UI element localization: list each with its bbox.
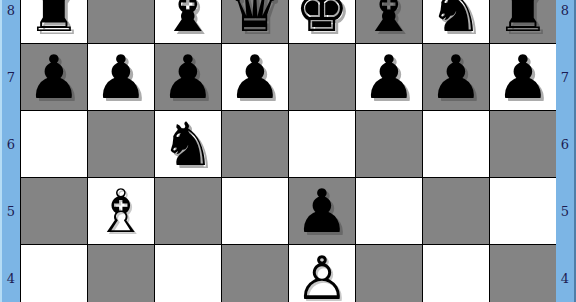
square-b6[interactable] — [88, 111, 154, 177]
square-d8[interactable]: ♛ — [222, 0, 288, 43]
black-rook-icon: ♜ — [27, 0, 81, 40]
black-pawn-icon: ♟ — [362, 47, 416, 107]
rank-label-4: 4 — [556, 245, 574, 302]
square-f7[interactable]: ♟ — [356, 44, 422, 110]
square-b4[interactable] — [88, 245, 154, 302]
right-coordinate-strip: 8 7 6 5 4 — [556, 0, 576, 302]
square-f8[interactable]: ♝ — [356, 0, 422, 43]
rank-label-6: 6 — [556, 111, 574, 178]
black-rook-icon: ♜ — [496, 0, 550, 40]
square-g4[interactable] — [423, 245, 489, 302]
black-pawn-icon: ♟ — [27, 47, 81, 107]
rank-label-8: 8 — [556, 0, 574, 44]
right-rank-labels: 8 7 6 5 4 — [556, 0, 574, 302]
black-queen-icon: ♛ — [228, 0, 282, 40]
square-h4[interactable] — [490, 245, 556, 302]
square-b8[interactable] — [88, 0, 154, 43]
square-f5[interactable] — [356, 178, 422, 244]
black-pawn-icon: ♟ — [94, 47, 148, 107]
left-coordinate-strip: 8 7 6 5 4 — [0, 0, 20, 302]
rank-label-7: 7 — [2, 44, 20, 111]
rank-label-4: 4 — [2, 245, 20, 302]
square-d5[interactable] — [222, 178, 288, 244]
rank-label-5: 5 — [2, 178, 20, 245]
rank-label-7: 7 — [556, 44, 574, 111]
square-a4[interactable] — [21, 245, 87, 302]
black-pawn-icon: ♟ — [496, 47, 550, 107]
square-a8[interactable]: ♜ — [21, 0, 87, 43]
rank-label-5: 5 — [556, 178, 574, 245]
square-c8[interactable]: ♝ — [155, 0, 221, 43]
black-pawn-icon: ♟ — [228, 47, 282, 107]
chess-board-frame: 8 7 6 5 4 ♜♝♛♚♝♞♜♟♟♟♟♟♟♟♞♗♟♙ 8 7 6 5 4 — [0, 0, 576, 302]
black-bishop-icon: ♝ — [161, 0, 215, 40]
chess-board: ♜♝♛♚♝♞♜♟♟♟♟♟♟♟♞♗♟♙ — [20, 0, 557, 302]
square-f6[interactable] — [356, 111, 422, 177]
square-a6[interactable] — [21, 111, 87, 177]
black-king-icon: ♚ — [295, 0, 349, 40]
square-e7[interactable] — [289, 44, 355, 110]
square-d7[interactable]: ♟ — [222, 44, 288, 110]
square-e5[interactable]: ♟ — [289, 178, 355, 244]
left-rank-labels: 8 7 6 5 4 — [2, 0, 20, 302]
square-e8[interactable]: ♚ — [289, 0, 355, 43]
square-e6[interactable] — [289, 111, 355, 177]
black-knight-icon: ♞ — [429, 0, 483, 40]
rank-label-8: 8 — [2, 0, 20, 44]
black-pawn-icon: ♟ — [295, 181, 349, 241]
square-f4[interactable] — [356, 245, 422, 302]
black-bishop-icon: ♝ — [362, 0, 416, 40]
square-g6[interactable] — [423, 111, 489, 177]
square-a5[interactable] — [21, 178, 87, 244]
square-d6[interactable] — [222, 111, 288, 177]
black-pawn-icon: ♟ — [429, 47, 483, 107]
black-knight-icon: ♞ — [161, 114, 215, 174]
square-h7[interactable]: ♟ — [490, 44, 556, 110]
square-h6[interactable] — [490, 111, 556, 177]
square-h5[interactable] — [490, 178, 556, 244]
rank-label-6: 6 — [2, 111, 20, 178]
square-g5[interactable] — [423, 178, 489, 244]
black-pawn-icon: ♟ — [161, 47, 215, 107]
square-b5[interactable]: ♗ — [88, 178, 154, 244]
white-bishop-icon: ♗ — [94, 181, 148, 241]
square-h8[interactable]: ♜ — [490, 0, 556, 43]
square-c7[interactable]: ♟ — [155, 44, 221, 110]
square-c6[interactable]: ♞ — [155, 111, 221, 177]
square-c4[interactable] — [155, 245, 221, 302]
white-pawn-icon: ♙ — [295, 248, 349, 302]
square-g7[interactable]: ♟ — [423, 44, 489, 110]
square-c5[interactable] — [155, 178, 221, 244]
square-b7[interactable]: ♟ — [88, 44, 154, 110]
square-e4[interactable]: ♙ — [289, 245, 355, 302]
square-a7[interactable]: ♟ — [21, 44, 87, 110]
square-g8[interactable]: ♞ — [423, 0, 489, 43]
square-d4[interactable] — [222, 245, 288, 302]
